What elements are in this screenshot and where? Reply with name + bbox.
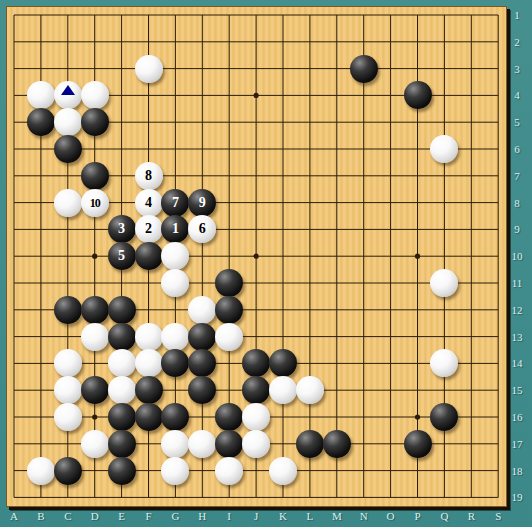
- white-stone-E15[interactable]: [108, 376, 136, 404]
- white-stone-H17[interactable]: [188, 430, 216, 458]
- row-label-6: 6: [514, 143, 520, 155]
- row-label-12: 12: [512, 304, 523, 316]
- column-label-M: M: [332, 510, 342, 522]
- move-number-label: 8: [135, 162, 163, 190]
- row-label-3: 3: [514, 63, 520, 75]
- white-stone-G11[interactable]: [161, 269, 189, 297]
- white-stone-F14[interactable]: [135, 349, 163, 377]
- row-label-19: 19: [512, 491, 523, 503]
- black-stone-N3[interactable]: [350, 55, 378, 83]
- black-stone-F15[interactable]: [135, 376, 163, 404]
- move-number-label: 6: [188, 215, 216, 243]
- black-stone-K14[interactable]: [269, 349, 297, 377]
- row-label-17: 17: [512, 438, 523, 450]
- move-number-label: 1: [161, 215, 189, 243]
- black-stone-H8[interactable]: 9: [188, 189, 216, 217]
- white-stone-E14[interactable]: [108, 349, 136, 377]
- black-stone-B5[interactable]: [27, 108, 55, 136]
- black-stone-E12[interactable]: [108, 296, 136, 324]
- row-label-5: 5: [514, 116, 520, 128]
- white-stone-H9[interactable]: 6: [188, 215, 216, 243]
- white-stone-C16[interactable]: [54, 403, 82, 431]
- white-stone-C8[interactable]: [54, 189, 82, 217]
- column-label-J: J: [254, 510, 258, 522]
- app-background: 81047932165 ABCDEFGHIJKLMNOPQRS 12345678…: [0, 0, 532, 527]
- row-label-18: 18: [512, 465, 523, 477]
- white-stone-B18[interactable]: [27, 457, 55, 485]
- row-label-14: 14: [512, 357, 523, 369]
- black-stone-D12[interactable]: [81, 296, 109, 324]
- black-stone-H13[interactable]: [188, 323, 216, 351]
- white-stone-L15[interactable]: [296, 376, 324, 404]
- black-stone-J15[interactable]: [242, 376, 270, 404]
- white-stone-C5[interactable]: [54, 108, 82, 136]
- white-stone-Q14[interactable]: [430, 349, 458, 377]
- black-stone-P17[interactable]: [404, 430, 432, 458]
- column-label-B: B: [37, 510, 44, 522]
- white-stone-I13[interactable]: [215, 323, 243, 351]
- white-stone-G13[interactable]: [161, 323, 189, 351]
- white-stone-K18[interactable]: [269, 457, 297, 485]
- black-stone-I12[interactable]: [215, 296, 243, 324]
- black-stone-D5[interactable]: [81, 108, 109, 136]
- black-stone-D7[interactable]: [81, 162, 109, 190]
- move-number-label: 7: [161, 189, 189, 217]
- white-stone-F3[interactable]: [135, 55, 163, 83]
- black-stone-G8[interactable]: 7: [161, 189, 189, 217]
- column-label-H: H: [198, 510, 206, 522]
- black-stone-H15[interactable]: [188, 376, 216, 404]
- white-stone-H12[interactable]: [188, 296, 216, 324]
- white-stone-I18[interactable]: [215, 457, 243, 485]
- black-stone-E10[interactable]: 5: [108, 242, 136, 270]
- white-stone-D17[interactable]: [81, 430, 109, 458]
- white-stone-K15[interactable]: [269, 376, 297, 404]
- row-label-13: 13: [512, 331, 523, 343]
- row-label-10: 10: [512, 250, 523, 262]
- row-label-15: 15: [512, 384, 523, 396]
- column-label-I: I: [227, 510, 231, 522]
- black-stone-F10[interactable]: [135, 242, 163, 270]
- white-stone-Q6[interactable]: [430, 135, 458, 163]
- black-stone-H14[interactable]: [188, 349, 216, 377]
- column-label-O: O: [387, 510, 395, 522]
- row-label-8: 8: [514, 197, 520, 209]
- black-stone-G9[interactable]: 1: [161, 215, 189, 243]
- column-label-D: D: [91, 510, 99, 522]
- black-stone-L17[interactable]: [296, 430, 324, 458]
- black-stone-P4[interactable]: [404, 81, 432, 109]
- white-stone-C4[interactable]: [54, 81, 82, 109]
- column-label-C: C: [64, 510, 71, 522]
- white-stone-C15[interactable]: [54, 376, 82, 404]
- move-number-label: 3: [108, 215, 136, 243]
- row-label-9: 9: [514, 223, 520, 235]
- black-stone-C6[interactable]: [54, 135, 82, 163]
- white-stone-J16[interactable]: [242, 403, 270, 431]
- black-stone-I11[interactable]: [215, 269, 243, 297]
- black-stone-E18[interactable]: [108, 457, 136, 485]
- column-label-F: F: [145, 510, 151, 522]
- black-stone-E9[interactable]: 3: [108, 215, 136, 243]
- black-stone-G14[interactable]: [161, 349, 189, 377]
- column-label-A: A: [10, 510, 18, 522]
- row-label-7: 7: [514, 170, 520, 182]
- white-stone-Q11[interactable]: [430, 269, 458, 297]
- column-label-E: E: [118, 510, 125, 522]
- black-stone-I17[interactable]: [215, 430, 243, 458]
- column-label-R: R: [468, 510, 475, 522]
- column-label-G: G: [171, 510, 179, 522]
- column-label-P: P: [414, 510, 420, 522]
- black-stone-F16[interactable]: [135, 403, 163, 431]
- row-label-1: 1: [514, 9, 520, 21]
- white-stone-J17[interactable]: [242, 430, 270, 458]
- black-stone-J14[interactable]: [242, 349, 270, 377]
- white-stone-D4[interactable]: [81, 81, 109, 109]
- move-number-label: 4: [135, 189, 163, 217]
- white-stone-B4[interactable]: [27, 81, 55, 109]
- black-stone-D15[interactable]: [81, 376, 109, 404]
- black-stone-Q16[interactable]: [430, 403, 458, 431]
- white-stone-C14[interactable]: [54, 349, 82, 377]
- row-label-2: 2: [514, 36, 520, 48]
- white-stone-F8[interactable]: 4: [135, 189, 163, 217]
- move-number-label: 10: [81, 189, 109, 217]
- white-stone-G18[interactable]: [161, 457, 189, 485]
- column-label-Q: Q: [440, 510, 448, 522]
- triangle-marker: [61, 85, 75, 95]
- black-stone-C12[interactable]: [54, 296, 82, 324]
- white-stone-F7[interactable]: 8: [135, 162, 163, 190]
- white-stone-F13[interactable]: [135, 323, 163, 351]
- column-label-K: K: [279, 510, 287, 522]
- row-label-4: 4: [514, 89, 520, 101]
- black-stone-M17[interactable]: [323, 430, 351, 458]
- column-label-N: N: [360, 510, 368, 522]
- white-stone-G10[interactable]: [161, 242, 189, 270]
- black-stone-E17[interactable]: [108, 430, 136, 458]
- black-stone-E16[interactable]: [108, 403, 136, 431]
- move-number-label: 2: [135, 215, 163, 243]
- black-stone-I16[interactable]: [215, 403, 243, 431]
- black-stone-C18[interactable]: [54, 457, 82, 485]
- move-number-label: 9: [188, 189, 216, 217]
- row-label-11: 11: [512, 277, 523, 289]
- black-stone-E13[interactable]: [108, 323, 136, 351]
- white-stone-F9[interactable]: 2: [135, 215, 163, 243]
- white-stone-G17[interactable]: [161, 430, 189, 458]
- white-stone-D13[interactable]: [81, 323, 109, 351]
- black-stone-G16[interactable]: [161, 403, 189, 431]
- row-label-16: 16: [512, 411, 523, 423]
- column-label-L: L: [307, 510, 314, 522]
- white-stone-D8[interactable]: 10: [81, 189, 109, 217]
- column-label-S: S: [495, 510, 501, 522]
- move-number-label: 5: [108, 242, 136, 270]
